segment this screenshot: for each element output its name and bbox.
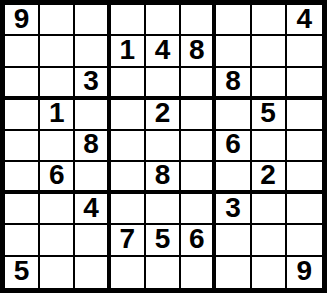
- sudoku-cell-r8c2[interactable]: [40, 225, 75, 256]
- sudoku-cell-r4c9[interactable]: [287, 100, 322, 131]
- cell-digit: 9: [14, 5, 30, 33]
- sudoku-cell-r5c1[interactable]: [5, 131, 40, 162]
- sudoku-cell-r5c4[interactable]: [111, 131, 146, 162]
- sudoku-cell-r4c5[interactable]: 2: [146, 100, 181, 131]
- sudoku-cell-r1c2[interactable]: [40, 5, 75, 36]
- sudoku-cell-r6c3[interactable]: [75, 162, 110, 194]
- sudoku-cell-r8c3[interactable]: [75, 225, 110, 256]
- sudoku-cell-r4c1[interactable]: [5, 100, 40, 131]
- sudoku-cell-r1c3[interactable]: [75, 5, 110, 36]
- sudoku-cell-r9c5[interactable]: [146, 257, 181, 288]
- cell-digit: 5: [14, 257, 30, 285]
- sudoku-cell-r4c8[interactable]: 5: [252, 100, 287, 131]
- cell-digit: 8: [225, 67, 241, 95]
- sudoku-cell-r8c9[interactable]: [287, 225, 322, 256]
- sudoku-cell-r1c9[interactable]: 4: [287, 5, 322, 36]
- sudoku-page: 9414838125866824375659: [0, 0, 327, 293]
- sudoku-cell-r7c9[interactable]: [287, 194, 322, 225]
- sudoku-cell-r6c1[interactable]: [5, 162, 40, 194]
- cell-digit: 2: [155, 99, 171, 127]
- sudoku-cell-r3c2[interactable]: [40, 68, 75, 100]
- cell-digit: 9: [297, 257, 313, 285]
- sudoku-cell-r5c9[interactable]: [287, 131, 322, 162]
- cell-digit: 6: [225, 130, 241, 158]
- sudoku-cell-r3c1[interactable]: [5, 68, 40, 100]
- sudoku-cell-r3c8[interactable]: [252, 68, 287, 100]
- sudoku-cell-r3c3[interactable]: 3: [75, 68, 110, 100]
- cell-digit: 4: [83, 194, 99, 222]
- sudoku-cell-r5c6[interactable]: [181, 131, 216, 162]
- sudoku-cell-r7c8[interactable]: [252, 194, 287, 225]
- sudoku-cell-r7c2[interactable]: [40, 194, 75, 225]
- sudoku-cell-r1c1[interactable]: 9: [5, 5, 40, 36]
- sudoku-cell-r6c6[interactable]: [181, 162, 216, 194]
- sudoku-cell-r3c7[interactable]: 8: [216, 68, 251, 100]
- cell-digit: 2: [260, 161, 276, 189]
- sudoku-cell-r2c6[interactable]: 8: [181, 36, 216, 67]
- sudoku-cell-r4c6[interactable]: [181, 100, 216, 131]
- cell-digit: 7: [119, 225, 135, 253]
- sudoku-cell-r7c5[interactable]: [146, 194, 181, 225]
- sudoku-board: 9414838125866824375659: [0, 0, 327, 293]
- sudoku-cell-r9c6[interactable]: [181, 257, 216, 288]
- sudoku-cell-r8c4[interactable]: 7: [111, 225, 146, 256]
- sudoku-cell-r3c9[interactable]: [287, 68, 322, 100]
- sudoku-cell-r6c9[interactable]: [287, 162, 322, 194]
- sudoku-cell-r7c7[interactable]: 3: [216, 194, 251, 225]
- sudoku-cell-r4c4[interactable]: [111, 100, 146, 131]
- sudoku-cell-r9c7[interactable]: [216, 257, 251, 288]
- sudoku-cell-r8c8[interactable]: [252, 225, 287, 256]
- sudoku-cell-r7c1[interactable]: [5, 194, 40, 225]
- sudoku-cell-r2c8[interactable]: [252, 36, 287, 67]
- sudoku-cell-r5c3[interactable]: 8: [75, 131, 110, 162]
- sudoku-cell-r6c2[interactable]: 6: [40, 162, 75, 194]
- cell-digit: 3: [225, 194, 241, 222]
- sudoku-cell-r2c1[interactable]: [5, 36, 40, 67]
- sudoku-cell-r2c2[interactable]: [40, 36, 75, 67]
- sudoku-cell-r6c5[interactable]: 8: [146, 162, 181, 194]
- sudoku-cell-r1c8[interactable]: [252, 5, 287, 36]
- cell-digit: 6: [49, 161, 65, 189]
- sudoku-cell-r1c5[interactable]: [146, 5, 181, 36]
- cell-digit: 5: [155, 225, 171, 253]
- cell-digit: 5: [260, 99, 276, 127]
- sudoku-cell-r7c6[interactable]: [181, 194, 216, 225]
- cell-digit: 4: [297, 5, 313, 33]
- cell-digit: 8: [189, 36, 205, 64]
- cell-digit: 4: [155, 36, 171, 64]
- sudoku-cell-r9c2[interactable]: [40, 257, 75, 288]
- sudoku-cell-r2c3[interactable]: [75, 36, 110, 67]
- sudoku-cell-r6c7[interactable]: [216, 162, 251, 194]
- sudoku-cell-r9c8[interactable]: [252, 257, 287, 288]
- sudoku-cell-r2c5[interactable]: 4: [146, 36, 181, 67]
- cell-digit: 1: [119, 36, 135, 64]
- sudoku-cell-r2c4[interactable]: 1: [111, 36, 146, 67]
- sudoku-cell-r1c7[interactable]: [216, 5, 251, 36]
- sudoku-cell-r8c7[interactable]: [216, 225, 251, 256]
- sudoku-cell-r5c8[interactable]: [252, 131, 287, 162]
- sudoku-cell-r9c4[interactable]: [111, 257, 146, 288]
- sudoku-cell-r7c3[interactable]: 4: [75, 194, 110, 225]
- cell-digit: 8: [83, 130, 99, 158]
- sudoku-cell-r1c6[interactable]: [181, 5, 216, 36]
- sudoku-cell-r8c6[interactable]: 6: [181, 225, 216, 256]
- sudoku-cell-r3c5[interactable]: [146, 68, 181, 100]
- cell-digit: 8: [155, 161, 171, 189]
- cell-digit: 3: [83, 67, 99, 95]
- sudoku-cell-r7c4[interactable]: [111, 194, 146, 225]
- sudoku-cell-r3c6[interactable]: [181, 68, 216, 100]
- sudoku-cell-r8c1[interactable]: [5, 225, 40, 256]
- sudoku-cell-r5c7[interactable]: 6: [216, 131, 251, 162]
- sudoku-cell-r1c4[interactable]: [111, 5, 146, 36]
- sudoku-cell-r4c7[interactable]: [216, 100, 251, 131]
- sudoku-cell-r9c3[interactable]: [75, 257, 110, 288]
- sudoku-cell-r9c9[interactable]: 9: [287, 257, 322, 288]
- sudoku-cell-r3c4[interactable]: [111, 68, 146, 100]
- sudoku-cell-r4c2[interactable]: 1: [40, 100, 75, 131]
- sudoku-cell-r5c2[interactable]: [40, 131, 75, 162]
- sudoku-cell-r6c8[interactable]: 2: [252, 162, 287, 194]
- sudoku-cell-r5c5[interactable]: [146, 131, 181, 162]
- sudoku-cell-r2c9[interactable]: [287, 36, 322, 67]
- sudoku-cell-r9c1[interactable]: 5: [5, 257, 40, 288]
- cell-digit: 6: [189, 225, 205, 253]
- sudoku-cell-r8c5[interactable]: 5: [146, 225, 181, 256]
- sudoku-cell-r4c3[interactable]: [75, 100, 110, 131]
- sudoku-cell-r2c7[interactable]: [216, 36, 251, 67]
- sudoku-cell-r6c4[interactable]: [111, 162, 146, 194]
- cell-digit: 1: [49, 99, 65, 127]
